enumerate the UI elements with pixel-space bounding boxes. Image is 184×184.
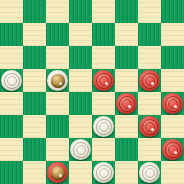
square-r6c4 <box>92 138 115 161</box>
piece-ring <box>96 73 112 89</box>
square-r0c5[interactable] <box>115 0 138 23</box>
highlight-glint <box>59 82 62 85</box>
square-r3c6[interactable] <box>138 69 161 92</box>
white-man[interactable] <box>93 162 114 183</box>
square-r3c1 <box>23 69 46 92</box>
square-r2c0 <box>0 46 23 69</box>
piece-ring <box>165 142 181 158</box>
square-r2c7[interactable] <box>161 46 184 69</box>
square-r3c2[interactable] <box>46 69 69 92</box>
piece-inner-ring <box>7 76 17 86</box>
piece-ring <box>119 96 135 112</box>
square-r7c6[interactable] <box>138 161 161 184</box>
square-r7c5 <box>115 161 138 184</box>
square-r1c7 <box>161 23 184 46</box>
red-king[interactable] <box>47 162 68 183</box>
square-r7c7 <box>161 161 184 184</box>
square-r0c0 <box>0 0 23 23</box>
square-r6c2 <box>46 138 69 161</box>
piece-inner-ring <box>76 145 86 155</box>
red-man[interactable] <box>162 93 183 114</box>
red-man[interactable] <box>116 93 137 114</box>
square-r1c1 <box>23 23 46 46</box>
board <box>0 0 184 184</box>
white-man[interactable] <box>1 70 22 91</box>
square-r6c7[interactable] <box>161 138 184 161</box>
square-r3c5 <box>115 69 138 92</box>
piece-ring <box>4 73 20 89</box>
highlight-glint <box>174 151 177 154</box>
white-man[interactable] <box>139 162 160 183</box>
square-r1c3 <box>69 23 92 46</box>
square-r6c5[interactable] <box>115 138 138 161</box>
square-r7c4[interactable] <box>92 161 115 184</box>
red-man[interactable] <box>139 116 160 137</box>
square-r0c1[interactable] <box>23 0 46 23</box>
square-r5c2[interactable] <box>46 115 69 138</box>
square-r5c0[interactable] <box>0 115 23 138</box>
square-r0c3[interactable] <box>69 0 92 23</box>
square-r1c4[interactable] <box>92 23 115 46</box>
highlight-glint <box>174 105 177 108</box>
square-r4c4 <box>92 92 115 115</box>
square-r7c3 <box>69 161 92 184</box>
square-r5c6[interactable] <box>138 115 161 138</box>
square-r2c2 <box>46 46 69 69</box>
square-r3c3 <box>69 69 92 92</box>
king-crown <box>51 74 65 88</box>
square-r0c4 <box>92 0 115 23</box>
square-r4c7[interactable] <box>161 92 184 115</box>
square-r1c0[interactable] <box>0 23 23 46</box>
highlight-glint <box>128 105 131 108</box>
square-r6c0 <box>0 138 23 161</box>
piece-inner-ring <box>145 168 155 178</box>
piece-ring <box>142 165 158 181</box>
piece-inner-ring <box>99 168 109 178</box>
highlight-glint <box>59 174 62 177</box>
square-r4c3[interactable] <box>69 92 92 115</box>
red-man[interactable] <box>162 139 183 160</box>
square-r7c1 <box>23 161 46 184</box>
highlight-glint <box>105 82 108 85</box>
square-r0c2 <box>46 0 69 23</box>
square-r1c6[interactable] <box>138 23 161 46</box>
square-r4c0 <box>0 92 23 115</box>
square-r3c7 <box>161 69 184 92</box>
square-r3c4[interactable] <box>92 69 115 92</box>
piece-ring <box>142 73 158 89</box>
square-r5c7 <box>161 115 184 138</box>
square-r0c7[interactable] <box>161 0 184 23</box>
square-r5c3 <box>69 115 92 138</box>
piece-ring <box>96 119 112 135</box>
square-r3c0[interactable] <box>0 69 23 92</box>
square-r6c3[interactable] <box>69 138 92 161</box>
red-man[interactable] <box>139 70 160 91</box>
piece-ring <box>165 96 181 112</box>
piece-ring <box>96 165 112 181</box>
square-r2c3[interactable] <box>69 46 92 69</box>
square-r2c5[interactable] <box>115 46 138 69</box>
square-r6c1[interactable] <box>23 138 46 161</box>
white-man[interactable] <box>70 139 91 160</box>
square-r4c1[interactable] <box>23 92 46 115</box>
square-r4c5[interactable] <box>115 92 138 115</box>
square-r2c6 <box>138 46 161 69</box>
square-r4c6 <box>138 92 161 115</box>
square-r1c5 <box>115 23 138 46</box>
square-r0c6 <box>138 0 161 23</box>
white-man[interactable] <box>93 116 114 137</box>
square-r5c1 <box>23 115 46 138</box>
square-r5c4[interactable] <box>92 115 115 138</box>
piece-inner-ring <box>99 122 109 132</box>
square-r2c1[interactable] <box>23 46 46 69</box>
square-r1c2[interactable] <box>46 23 69 46</box>
piece-ring <box>142 119 158 135</box>
highlight-glint <box>151 82 154 85</box>
highlight-glint <box>151 128 154 131</box>
king-crown <box>51 166 65 180</box>
red-man[interactable] <box>93 70 114 91</box>
square-r7c0[interactable] <box>0 161 23 184</box>
square-r6c6 <box>138 138 161 161</box>
piece-ring <box>73 142 89 158</box>
square-r4c2 <box>46 92 69 115</box>
square-r2c4 <box>92 46 115 69</box>
white-king[interactable] <box>47 70 68 91</box>
square-r7c2[interactable] <box>46 161 69 184</box>
square-r5c5 <box>115 115 138 138</box>
